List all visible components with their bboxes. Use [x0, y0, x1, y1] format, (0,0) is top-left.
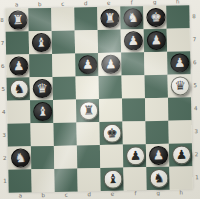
square-g4[interactable]: [145, 98, 168, 121]
file-label-top-f: f: [120, 0, 143, 7]
square-g3[interactable]: [145, 121, 168, 144]
square-a7[interactable]: [6, 31, 29, 54]
file-label-top-g: g: [143, 0, 166, 6]
rank-label-right-6: 6: [191, 51, 198, 74]
rank-label-right-3: 3: [192, 120, 199, 143]
square-b7[interactable]: ♝: [29, 31, 52, 54]
square-c5[interactable]: [53, 76, 76, 99]
bishop-icon: ♝: [107, 170, 119, 187]
square-e7[interactable]: [98, 30, 121, 53]
square-e6[interactable]: ♟: [98, 53, 121, 76]
vinyl-chessboard: ♜♜♞♚♝♟♟♟♟♟♟♞♛♛♝♜♚♞♟♟♟♝♞ aabbccddeeffgghh…: [0, 0, 200, 199]
square-d8[interactable]: [74, 7, 97, 30]
square-d1[interactable]: [77, 168, 100, 191]
square-c8[interactable]: [51, 7, 74, 30]
square-g1[interactable]: ♞: [146, 167, 169, 190]
rank-label-left-1: 1: [1, 170, 8, 193]
square-b5[interactable]: ♛: [30, 77, 53, 100]
piece-white-knight[interactable]: ♞: [149, 169, 168, 188]
board-photo: ♜♜♞♚♝♟♟♟♟♟♟♞♛♛♝♜♚♞♟♟♟♝♞ aabbccddeeffgghh…: [0, 0, 200, 199]
rank-label-left-7: 7: [0, 32, 6, 55]
piece-black-pawn[interactable]: ♟: [9, 56, 28, 75]
file-label-bottom-g: g: [147, 190, 170, 197]
file-label-top-a: a: [5, 1, 28, 8]
square-e3[interactable]: ♚: [99, 122, 122, 145]
rank-label-right-5: 5: [192, 74, 199, 97]
rank-label-right-7: 7: [191, 28, 198, 51]
square-c2[interactable]: [54, 145, 77, 168]
square-e5[interactable]: [99, 76, 122, 99]
square-d7[interactable]: [75, 30, 98, 53]
square-b6[interactable]: [29, 54, 52, 77]
square-f2[interactable]: ♟: [123, 144, 146, 167]
file-label-bottom-a: a: [9, 192, 32, 199]
pawn-icon: ♟: [130, 147, 142, 164]
square-d4[interactable]: ♜: [76, 99, 99, 122]
piece-black-bishop[interactable]: ♝: [32, 33, 51, 52]
square-a2[interactable]: ♞: [8, 146, 31, 169]
pawn-icon: ♟: [174, 54, 186, 71]
file-label-top-b: b: [28, 1, 51, 8]
square-b4[interactable]: ♝: [30, 100, 53, 123]
rank-label-right-4: 4: [192, 97, 199, 120]
knight-icon: ♞: [153, 169, 165, 186]
pawn-icon: ♟: [128, 32, 140, 49]
piece-black-rook[interactable]: ♜: [8, 10, 27, 29]
rook-icon: ♜: [12, 11, 24, 28]
square-h1[interactable]: [169, 166, 192, 189]
king-icon: ♚: [106, 124, 118, 141]
square-f4[interactable]: [122, 98, 145, 121]
piece-white-pawn[interactable]: ♟: [172, 145, 191, 164]
square-a5[interactable]: ♞: [7, 77, 30, 100]
square-h3[interactable]: [168, 120, 191, 143]
square-f8[interactable]: ♞: [120, 6, 143, 29]
rank-label-left-6: 6: [0, 55, 7, 78]
square-a3[interactable]: [7, 123, 30, 146]
pawn-icon: ♟: [13, 57, 25, 74]
piece-black-knight[interactable]: ♞: [11, 148, 30, 167]
square-c4[interactable]: [53, 99, 76, 122]
square-a1[interactable]: [8, 169, 31, 192]
square-b8[interactable]: [28, 8, 51, 31]
square-e2[interactable]: [100, 145, 123, 168]
square-g2[interactable]: ♟: [146, 144, 169, 167]
square-e1[interactable]: ♝: [100, 168, 123, 191]
piece-black-knight[interactable]: ♞: [123, 8, 142, 27]
piece-black-pawn[interactable]: ♟: [101, 55, 120, 74]
file-label-bottom-b: b: [32, 192, 55, 199]
square-b3[interactable]: [30, 123, 53, 146]
chess-board: ♜♜♞♚♝♟♟♟♟♟♟♞♛♛♝♜♚♞♟♟♟♝♞: [5, 5, 192, 192]
piece-black-pawn[interactable]: ♟: [170, 53, 189, 72]
piece-black-pawn[interactable]: ♟: [124, 31, 143, 50]
square-f1[interactable]: [123, 167, 146, 190]
rank-label-left-3: 3: [0, 124, 7, 147]
file-label-bottom-h: h: [170, 189, 193, 196]
queen-icon: ♛: [174, 77, 186, 94]
rank-label-right-1: 1: [193, 166, 200, 189]
square-c3[interactable]: [53, 122, 76, 145]
square-d6[interactable]: ♟: [75, 53, 98, 76]
knight-icon: ♞: [15, 149, 27, 166]
rank-label-left-5: 5: [0, 78, 7, 101]
square-d2[interactable]: [77, 145, 100, 168]
piece-black-pawn[interactable]: ♟: [78, 55, 97, 74]
file-label-top-d: d: [74, 0, 97, 7]
piece-black-bishop[interactable]: ♝: [33, 102, 52, 121]
square-f3[interactable]: [122, 121, 145, 144]
square-h8[interactable]: [166, 5, 189, 28]
rank-label-right-2: 2: [193, 143, 200, 166]
square-d3[interactable]: [76, 122, 99, 145]
file-label-top-h: h: [166, 0, 189, 6]
pawn-icon: ♟: [153, 146, 165, 163]
piece-white-king[interactable]: ♚: [102, 124, 121, 143]
square-e4[interactable]: [99, 99, 122, 122]
square-f5[interactable]: [122, 75, 145, 98]
piece-white-rook[interactable]: ♜: [79, 101, 98, 120]
piece-white-queen[interactable]: ♛: [171, 76, 190, 95]
pawn-icon: ♟: [82, 56, 94, 73]
rank-label-left-4: 4: [0, 101, 7, 124]
king-icon: ♚: [150, 8, 162, 25]
piece-white-pawn[interactable]: ♟: [126, 146, 145, 165]
piece-white-bishop[interactable]: ♝: [103, 170, 122, 189]
file-label-top-c: c: [51, 0, 74, 7]
rank-label-left-2: 2: [1, 147, 8, 170]
square-c7[interactable]: [52, 30, 75, 53]
file-label-bottom-e: e: [101, 191, 124, 198]
pawn-icon: ♟: [176, 146, 188, 163]
piece-black-queen[interactable]: ♛: [33, 79, 52, 98]
square-g6[interactable]: [144, 52, 167, 75]
rook-icon: ♜: [104, 9, 116, 26]
square-d5[interactable]: [76, 76, 99, 99]
rank-label-left-8: 8: [0, 9, 6, 32]
square-h4[interactable]: [168, 97, 191, 120]
square-b1[interactable]: [31, 169, 54, 192]
square-g7[interactable]: ♟: [144, 29, 167, 52]
file-label-top-e: e: [97, 0, 120, 7]
piece-black-rook[interactable]: ♜: [100, 9, 119, 28]
piece-white-knight[interactable]: ♞: [10, 79, 29, 98]
bishop-icon: ♝: [36, 34, 48, 51]
square-h5[interactable]: ♛: [168, 74, 191, 97]
rank-label-right-8: 8: [190, 5, 197, 28]
piece-black-king[interactable]: ♚: [146, 8, 165, 27]
knight-icon: ♞: [127, 9, 139, 26]
square-f7[interactable]: ♟: [121, 29, 144, 52]
square-e8[interactable]: ♜: [97, 7, 120, 30]
square-c6[interactable]: [52, 53, 75, 76]
square-g5[interactable]: [145, 75, 168, 98]
square-f6[interactable]: [121, 52, 144, 75]
square-a8[interactable]: ♜: [5, 8, 28, 31]
square-b2[interactable]: [31, 146, 54, 169]
piece-black-pawn[interactable]: ♟: [147, 31, 166, 50]
square-c1[interactable]: [54, 168, 77, 191]
rook-icon: ♜: [83, 102, 95, 119]
file-label-bottom-f: f: [124, 190, 147, 197]
pawn-icon: ♟: [151, 31, 163, 48]
file-label-bottom-c: c: [55, 191, 78, 198]
square-h2[interactable]: ♟: [169, 143, 192, 166]
coordinate-labels: aabbccddeeffgghh8877665544332211: [0, 0, 198, 2]
square-h7[interactable]: [167, 28, 190, 51]
square-a4[interactable]: [7, 100, 30, 123]
square-a6[interactable]: ♟: [6, 54, 29, 77]
knight-icon: ♞: [14, 80, 26, 97]
square-g8[interactable]: ♚: [143, 6, 166, 29]
bishop-icon: ♝: [37, 102, 49, 119]
square-h6[interactable]: ♟: [167, 51, 190, 74]
pawn-icon: ♟: [105, 55, 117, 72]
file-label-bottom-d: d: [78, 191, 101, 198]
queen-icon: ♛: [36, 80, 48, 97]
piece-black-pawn[interactable]: ♟: [149, 146, 168, 165]
